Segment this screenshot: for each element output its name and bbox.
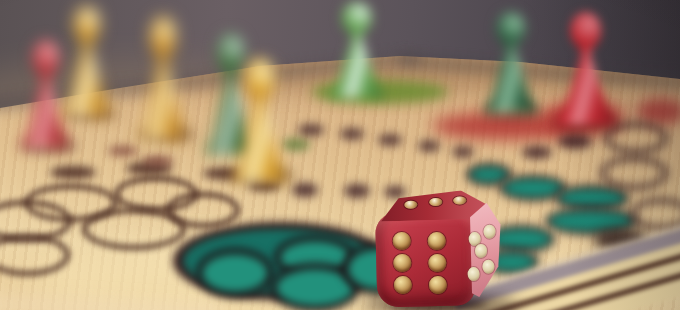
pawn-green-2-body <box>330 28 384 98</box>
die-face-six <box>375 211 475 308</box>
pawn-yellow-3-body <box>233 91 287 182</box>
pawn-yellow-2-head <box>150 16 176 57</box>
pawn-red-1 <box>22 40 70 148</box>
pawn-yellow-3 <box>233 58 287 182</box>
pawn-green-2 <box>330 2 384 98</box>
pawn-red-2-body <box>558 42 614 124</box>
pawn-yellow-1 <box>64 6 110 116</box>
ludo-board-photo <box>0 0 680 310</box>
pawn-green-3-body <box>485 39 537 112</box>
pawn-green-2-head <box>342 2 372 34</box>
pawn-red-2 <box>558 12 614 124</box>
pawn-red-1-head <box>33 40 60 76</box>
pawn-layer <box>0 0 680 310</box>
pawn-yellow-2-body <box>140 49 186 140</box>
red-die-showing-six <box>372 188 505 310</box>
pawn-red-1-body <box>22 69 70 148</box>
pawn-yellow-2 <box>140 16 186 140</box>
pawn-yellow-1-body <box>64 36 110 116</box>
pawn-red-2-head <box>570 12 601 49</box>
pawn-yellow-1-head <box>74 6 100 42</box>
pawn-green-3-head <box>496 12 525 45</box>
pawn-green-3 <box>485 12 537 112</box>
pawn-yellow-3-head <box>245 58 275 99</box>
